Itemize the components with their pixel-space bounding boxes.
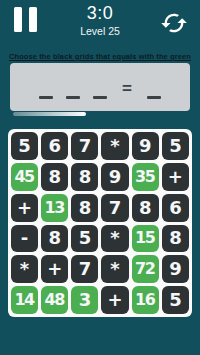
grid-cell-r3c3[interactable]: 8	[71, 194, 98, 222]
blank-slot-2	[66, 96, 80, 99]
grid-cell-r1c1[interactable]: 5	[11, 132, 38, 160]
grid-cell-r6c1[interactable]: 14	[11, 286, 38, 314]
grid-cell-r2c1[interactable]: 45	[11, 163, 38, 191]
game-screen: 3:0 Level 25 Choose the black grids that…	[0, 0, 200, 355]
grid-cell-r5c4[interactable]: *	[101, 255, 128, 283]
grid-cell-r4c2[interactable]: 8	[41, 225, 68, 253]
grid-cell-r3c5[interactable]: 8	[132, 194, 159, 222]
grid-cell-r4c6[interactable]: 8	[162, 225, 189, 253]
grid-cell-r5c2[interactable]: +	[41, 255, 68, 283]
grid-cell-r6c2[interactable]: 48	[41, 286, 68, 314]
grid-cell-r4c3[interactable]: 5	[71, 225, 98, 253]
grid-cell-r3c1[interactable]: +	[11, 194, 38, 222]
grid-cell-r2c6[interactable]: +	[162, 163, 189, 191]
grid-cell-r2c4[interactable]: 9	[101, 163, 128, 191]
grid-cell-r6c5[interactable]: 16	[132, 286, 159, 314]
grid-cell-r1c2[interactable]: 6	[41, 132, 68, 160]
grid-cell-r1c5[interactable]: 9	[132, 132, 159, 160]
grid-cell-r6c3[interactable]: 3	[71, 286, 98, 314]
grid-cell-r4c4[interactable]: *	[101, 225, 128, 253]
grid-cell-r6c6[interactable]: 5	[162, 286, 189, 314]
grid-cell-r5c3[interactable]: 7	[71, 255, 98, 283]
refresh-icon	[160, 23, 188, 40]
blank-slot-3	[93, 96, 107, 99]
grid-cell-r2c5[interactable]: 35	[132, 163, 159, 191]
blank-slot-1	[39, 96, 53, 99]
blank-slot-5	[147, 96, 161, 99]
puzzle-grid: 567*954588935++138786-85*158*+7*72914483…	[8, 129, 192, 317]
grid-cell-r2c3[interactable]: 8	[71, 163, 98, 191]
grid-cell-r1c4[interactable]: *	[101, 132, 128, 160]
timer-progress-bar	[13, 112, 187, 116]
timer-progress-fill	[13, 112, 86, 116]
grid-cell-r4c5[interactable]: 15	[132, 225, 159, 253]
grid-cell-r5c1[interactable]: *	[11, 255, 38, 283]
grid-cell-r3c2[interactable]: 13	[41, 194, 68, 222]
grid-cell-r6c4[interactable]: +	[101, 286, 128, 314]
grid-cell-r5c6[interactable]: 9	[162, 255, 189, 283]
grid-cell-r4c1[interactable]: -	[11, 225, 38, 253]
refresh-button[interactable]	[160, 9, 188, 37]
grid-cell-r2c2[interactable]: 8	[41, 163, 68, 191]
grid-cell-r1c6[interactable]: 5	[162, 132, 189, 160]
grid-cell-r1c3[interactable]: 7	[71, 132, 98, 160]
grid-cell-r3c4[interactable]: 7	[101, 194, 128, 222]
grid-cell-r5c5[interactable]: 72	[132, 255, 159, 283]
header: 3:0 Level 25	[0, 0, 200, 50]
equals-sign: =	[120, 82, 134, 96]
equation-slots: =	[10, 82, 190, 102]
equation-panel: =	[10, 63, 190, 111]
grid-cell-r3c6[interactable]: 6	[162, 194, 189, 222]
